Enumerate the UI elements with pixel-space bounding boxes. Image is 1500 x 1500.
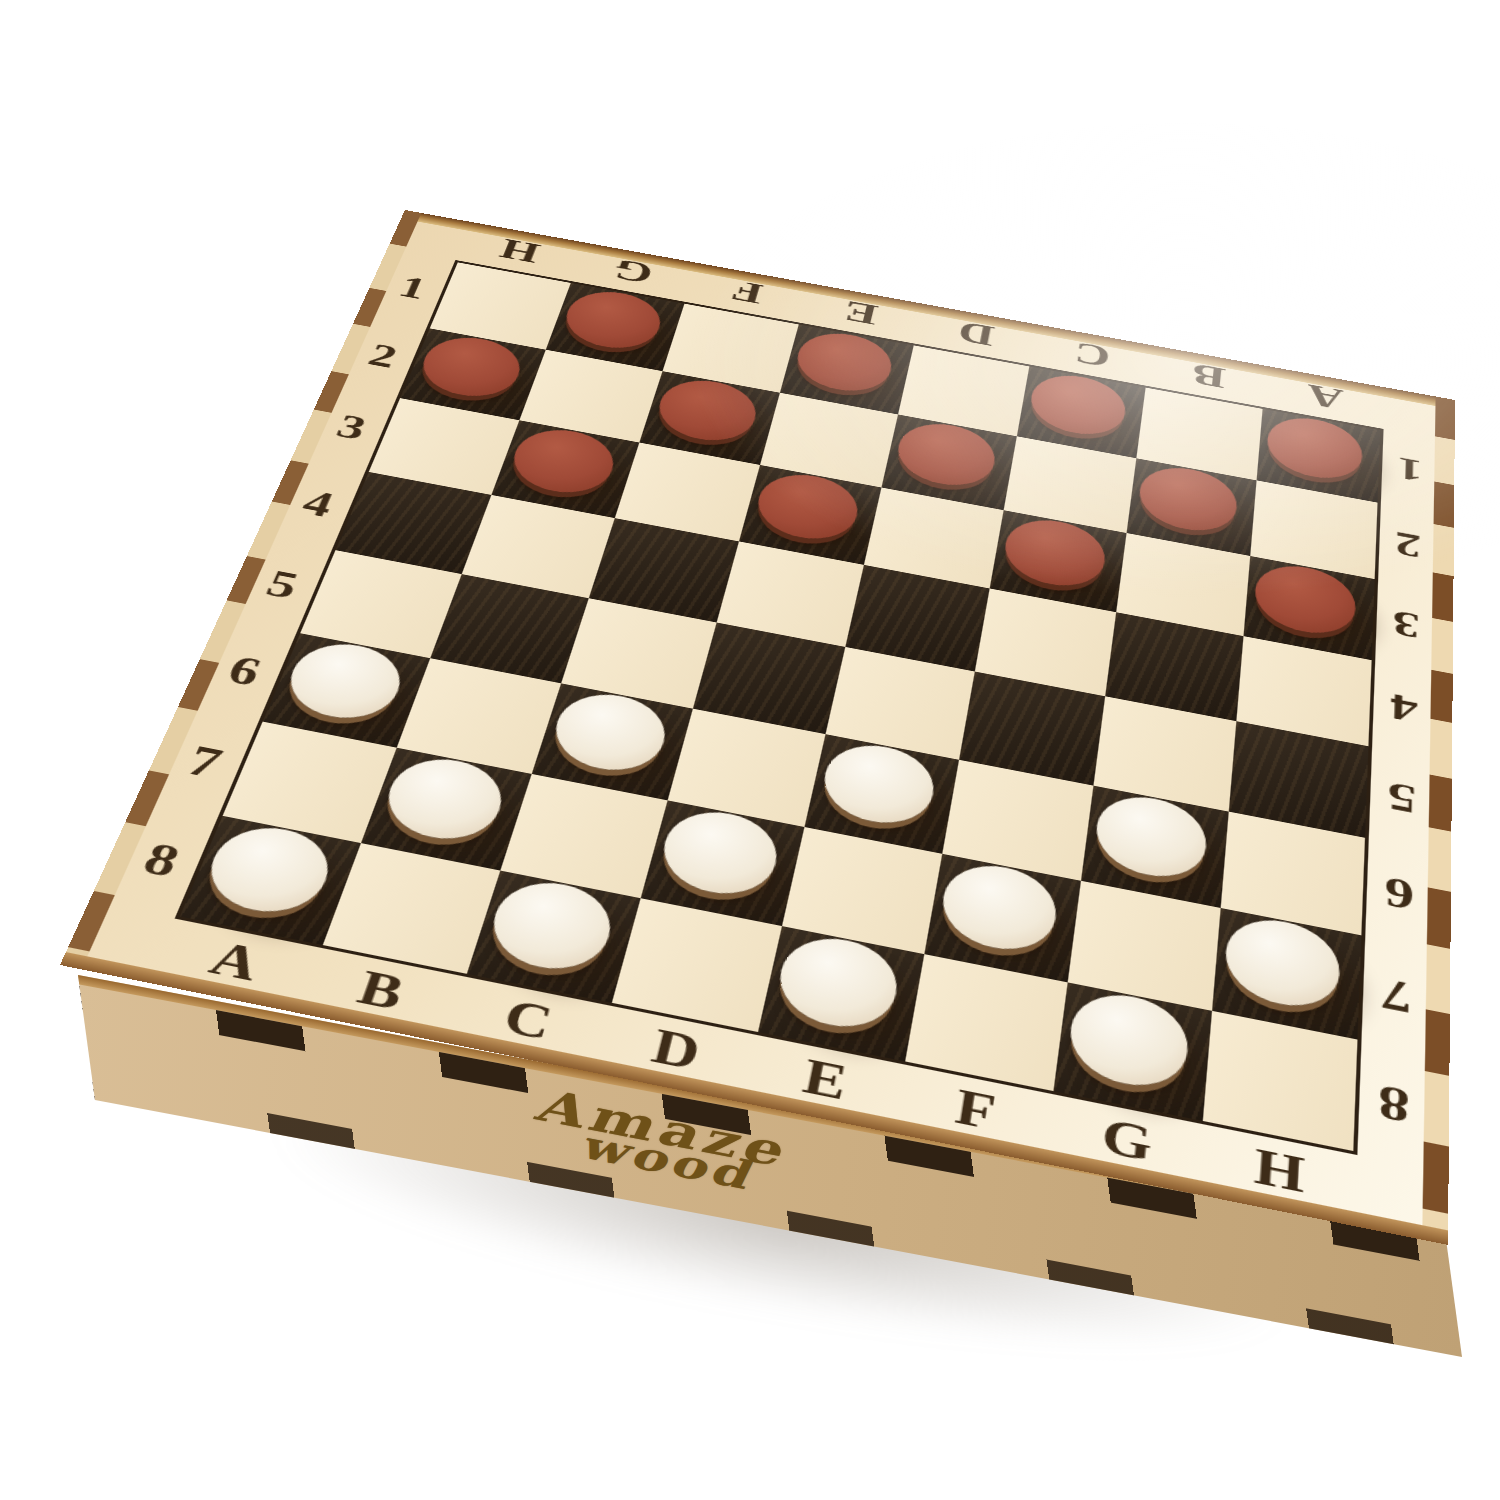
rank-label-right-8: 8 <box>1359 1043 1428 1169</box>
piece-red-b1[interactable] <box>558 285 669 355</box>
rank-label-right-2: 2 <box>1379 502 1436 589</box>
rank-label-right-3: 3 <box>1376 579 1434 671</box>
rank-label-right-7: 7 <box>1363 938 1430 1056</box>
rank-label-right-5: 5 <box>1370 747 1432 851</box>
piece-white-c8[interactable] <box>482 873 621 978</box>
rank-label-right-4: 4 <box>1373 660 1433 758</box>
piece-red-f1[interactable] <box>1026 368 1129 441</box>
piece-red-d1[interactable] <box>791 326 898 398</box>
product-photo-scene: Amaze wood HGFEDCBA ABCDEFGH 12345678 12… <box>0 0 1500 1500</box>
piece-red-h1[interactable] <box>1265 411 1364 486</box>
rank-label-right-1: 1 <box>1382 429 1437 512</box>
piece-white-a8[interactable] <box>197 819 341 922</box>
rank-label-right-6: 6 <box>1367 839 1431 950</box>
